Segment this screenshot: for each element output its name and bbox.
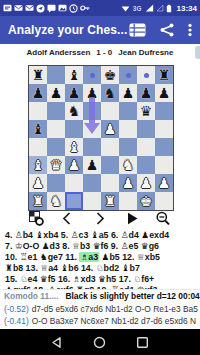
engine-evaluation-summary: Black is slightly better d=12 00:04 [65,291,199,301]
square-c3[interactable]: ♟ [65,156,83,174]
square-h5[interactable] [155,120,173,138]
moves-text[interactable]: 7. ♔O-O ♟d3 8. ♕b3 ♛f6 9. ♙e5 ♛g6 [5,241,159,251]
square-g4[interactable] [137,138,155,156]
white-knight-b1[interactable]: ♞ [47,192,65,210]
square-h1[interactable] [155,192,173,210]
square-b5[interactable] [47,120,65,138]
square-h2[interactable]: ♟ [155,174,173,192]
white-pawn-e5[interactable]: ♟ [101,120,119,138]
square-g5[interactable] [137,120,155,138]
white-player-name: Adolf Anderssen [27,48,91,57]
square-b3[interactable]: ♛ [47,156,65,174]
square-b8[interactable] [47,66,65,84]
engine-line-2-eval: (-0.41) [4,316,29,326]
square-a4[interactable] [29,138,47,156]
move-hint-dot-f8[interactable] [126,73,131,78]
cell-signal-icon [145,4,154,12]
black-rook-h8[interactable]: ♜ [155,66,173,84]
square-b2[interactable] [47,174,65,192]
square-h3[interactable] [155,156,173,174]
square-d6[interactable] [83,102,101,120]
square-g3[interactable] [137,156,155,174]
black-player-name: Jean Dufresne [118,48,173,57]
square-d4[interactable] [83,138,101,156]
white-pawn-g2[interactable]: ♟ [137,174,155,192]
recents-icon[interactable] [136,336,149,349]
square-f1[interactable] [119,192,137,210]
game-header: Adolf Anderssen1 - 0Jean Dufresne [0,46,200,60]
move-list-icon[interactable] [129,23,146,37]
white-pawn-a2[interactable]: ♟ [29,174,47,192]
square-h7[interactable]: ♟ [155,84,173,102]
engine-name[interactable]: Komodo 11.... [4,291,58,301]
square-a1[interactable]: ♜ [29,192,47,210]
network-type-label: 3G [133,5,142,12]
roaming-signal-icon [156,4,164,12]
black-pawn-a7[interactable]: ♟ [29,84,47,102]
move-hint-dot-d8[interactable] [90,73,95,78]
square-b1[interactable]: ♞ [47,192,65,210]
square-e3[interactable] [101,156,119,174]
square-c2[interactable] [65,174,83,192]
scrollbar-thumb[interactable] [195,46,200,59]
white-pawn-h2[interactable]: ♟ [155,174,173,192]
square-e8[interactable]: ♚ [101,66,119,84]
moves-text[interactable]: 10. ♖e1 ♞ge7 11. [5,252,79,262]
square-g6[interactable]: ♛ [137,102,155,120]
square-c5[interactable] [65,120,83,138]
black-pawn-d7[interactable]: ♟ [83,84,101,102]
black-pawn-g7[interactable]: ♟ [137,84,155,102]
white-queen-b3[interactable]: ♛ [47,156,65,174]
square-d5[interactable] [83,120,101,138]
engine-line-2[interactable]: (-0.41)O-O Ba3xe7 Nc6xe7 Nb1-d2 d7-d6 e5… [0,315,200,328]
email-icon [25,4,34,12]
black-knight-c6[interactable]: ♞ [65,102,83,120]
status-time: 13:34 [177,4,197,13]
next-move-icon[interactable] [94,211,106,226]
square-e5[interactable]: ♟ [101,120,119,138]
navigation-toolbar [0,210,200,229]
wifi-icon [121,4,130,12]
moves-text[interactable]: ♜b8 13. ♕a4 ♝b6 14. ♘bd2 ♝b7 [5,263,140,273]
battery-icon [166,4,172,13]
gmail-icon [14,4,23,12]
move-line[interactable]: 7. ♔O-O ♟d3 8. ♕b3 ♛f6 9. ♙e5 ♛g6 [0,241,200,252]
black-pawn-c7[interactable]: ♟ [65,84,83,102]
moves-text[interactable]: ♟b5 12. ♕xb5 [99,252,160,262]
phone-screen: 3G 13:34 Analyze your Ches... Adolf Ande… [0,0,200,355]
move-hint-dot-g8[interactable] [144,73,149,78]
square-d7[interactable]: ♟ [83,84,101,102]
status-bar: 3G 13:34 [0,0,200,16]
black-bishop-c8[interactable]: ♝ [65,66,83,84]
moves-text[interactable]: 4. ♙b4 ♝xb4 5. ♙c3 ♝a5 6. ♙d4 ♟exd4 [5,230,169,240]
engine-panel: Komodo 11....Black is slightly better d=… [0,289,200,329]
square-c7[interactable]: ♟ [65,84,83,102]
square-e7[interactable]: ♞ [101,84,119,102]
move-line[interactable]: 4. ♙b4 ♝xb4 5. ♙c3 ♝a5 6. ♙d4 ♟exd4 [0,230,200,241]
black-pawn-h7[interactable]: ♟ [155,84,173,102]
moves-text[interactable]: 15. ♘e4 ♛f5 16. ♗xd3 ♛h5 17. ♘f6+ [5,274,154,284]
square-a6[interactable] [29,102,47,120]
black-pawn-f7[interactable]: ♟ [119,84,137,102]
square-h6[interactable] [155,102,173,120]
back-icon[interactable] [51,336,64,349]
black-knight-e7[interactable]: ♞ [101,84,119,102]
chess-board[interactable]: ♜♝♚♜♟♟♟♟♞♟♟♟♞♛♝♟♝♝♛♟♟♞♟♟♟♟♜♞♜♚ [29,66,173,210]
square-g7[interactable]: ♟ [137,84,155,102]
send-icon [36,4,45,13]
square-h4[interactable] [155,138,173,156]
square-g2[interactable]: ♟ [137,174,155,192]
game-result: 1 - 0 [96,48,112,57]
vpn-key-icon [80,4,90,12]
square-a5[interactable]: ♝ [29,120,47,138]
square-g1[interactable]: ♚ [137,192,155,210]
square-c8[interactable]: ♝ [65,66,83,84]
engine-line-1[interactable]: (-0.52)d7-d5 e5xd6 c7xd6 Nb1-d2 O-O Re1-… [0,303,200,316]
black-pawn-d3[interactable]: ♟ [83,156,101,174]
chess-board-frame: ♜♝♚♜♟♟♟♟♞♟♟♟♞♛♝♟♝♝♛♟♟♞♟♟♟♟♜♞♜♚ [28,65,174,211]
engine-status-line: Komodo 11....Black is slightly better d=… [0,290,200,303]
square-f2[interactable]: ♟ [119,174,137,192]
white-pawn-f2[interactable]: ♟ [119,174,137,192]
square-a3[interactable]: ♝ [29,156,47,174]
current-move-highlight[interactable]: ♗a3 [79,252,99,262]
share-icon[interactable] [159,23,175,37]
square-a2[interactable]: ♟ [29,174,47,192]
square-h8[interactable]: ♜ [155,66,173,84]
app-title: Analyze your Ches... [8,23,129,37]
square-b6[interactable] [47,102,65,120]
white-pawn-c3[interactable]: ♟ [65,156,83,174]
move-line[interactable]: 15. ♘e4 ♛f5 16. ♗xd3 ♛h5 17. ♘f6+ [0,274,200,285]
clock-icon [69,4,78,13]
square-f6[interactable] [119,102,137,120]
photos-icon [58,4,67,12]
black-bishop-a5[interactable]: ♝ [29,120,47,138]
square-d2[interactable] [83,174,101,192]
square-a8[interactable]: ♜ [29,66,47,84]
square-c6[interactable]: ♞ [65,102,83,120]
square-f5[interactable] [119,120,137,138]
previous-move-icon[interactable] [61,211,73,226]
square-f7[interactable]: ♟ [119,84,137,102]
square-e6[interactable] [101,102,119,120]
white-rook-a1[interactable]: ♜ [29,192,47,210]
white-bishop-c4[interactable]: ♝ [65,138,83,156]
black-pawn-b7[interactable]: ♟ [47,84,65,102]
square-d1[interactable] [83,192,101,210]
white-knight-f3[interactable]: ♞ [119,156,137,174]
square-f3[interactable]: ♞ [119,156,137,174]
engine-line-1-pv: d7-d5 e5xd6 c7xd6 Nb1-d2 O-O Re1-e3 Ba5 [32,304,198,314]
square-a7[interactable]: ♟ [29,84,47,102]
overflow-menu-icon[interactable] [188,23,192,37]
white-king-g1[interactable]: ♚ [137,192,155,210]
square-c4[interactable]: ♝ [65,138,83,156]
white-bishop-a3[interactable]: ♝ [29,156,47,174]
square-b7[interactable]: ♟ [47,84,65,102]
home-icon[interactable] [93,336,106,349]
engine-line-2-pv: O-O Ba3xe7 Nc6xe7 Nb1-d2 d7-d6 e5xd6 N [32,316,196,326]
move-line[interactable]: ♜b8 13. ♕a4 ♝b6 14. ♘bd2 ♝b7 [0,263,200,274]
move-list[interactable]: 4. ♙b4 ♝xb4 5. ♙c3 ♝a5 6. ♙d4 ♟exd4 7. ♔… [0,230,200,289]
chat-icon [47,4,56,13]
square-b4[interactable] [47,138,65,156]
app-bar: Analyze your Ches... [0,16,200,44]
message-icon [3,4,12,12]
white-rook-e1[interactable]: ♜ [101,192,119,210]
black-rook-a8[interactable]: ♜ [29,66,47,84]
android-nav-bar [0,329,200,355]
zoom-out-icon[interactable] [155,211,172,227]
black-queen-g6[interactable]: ♛ [137,102,155,120]
engine-line-1-eval: (-0.52) [4,304,29,314]
square-e1[interactable]: ♜ [101,192,119,210]
move-line[interactable]: 10. ♖e1 ♞ge7 11. ♗a3 ♟b5 12. ♕xb5 [0,252,200,263]
square-c1[interactable] [65,192,83,210]
square-d3[interactable]: ♟ [83,156,101,174]
setup-board-icon[interactable] [29,211,45,226]
play-moves-icon[interactable] [126,211,139,226]
square-e2[interactable] [101,174,119,192]
black-king-e8[interactable]: ♚ [101,66,119,84]
square-f4[interactable] [119,138,137,156]
square-e4[interactable] [101,138,119,156]
